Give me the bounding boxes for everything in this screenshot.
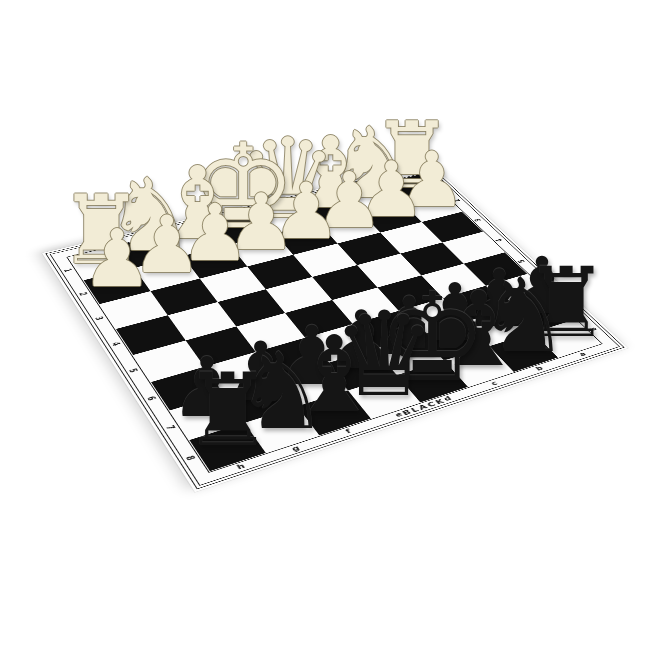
- piece-white-pawn-h2[interactable]: ♟: [82, 218, 153, 297]
- photo-canvas: { "game": "chess", "scene_type": "overhe…: [0, 0, 645, 645]
- rank-label-right-5: 5: [126, 366, 141, 376]
- chess-set-photo: WHITE BLACK aa11bb22cc33dd44ee55ff66gg77…: [0, 0, 645, 645]
- piece-black-rook-h8[interactable]: ♜: [182, 361, 272, 462]
- rank-label-right-4: 4: [108, 340, 123, 349]
- rank-label-right-6: 6: [144, 394, 160, 404]
- rank-label-right-3: 3: [92, 314, 107, 323]
